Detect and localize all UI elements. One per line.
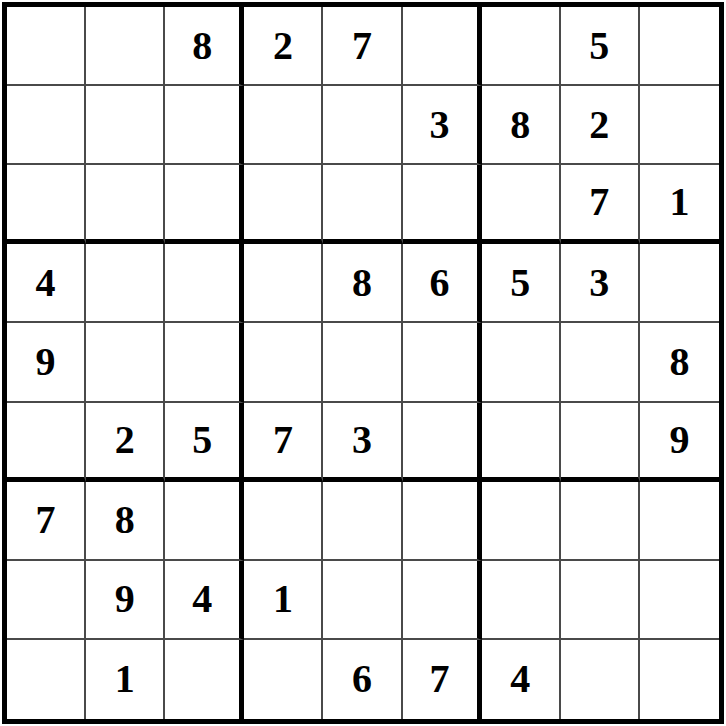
cell-r1c4: 2 bbox=[244, 7, 323, 86]
cell-r3c9: 1 bbox=[640, 165, 719, 244]
cell-r4c6: 6 bbox=[403, 244, 482, 323]
cell-r2c4[interactable] bbox=[244, 86, 323, 165]
cell-r4c5: 8 bbox=[323, 244, 402, 323]
cell-r6c5: 3 bbox=[323, 403, 402, 482]
cell-r1c3: 8 bbox=[165, 7, 244, 86]
cell-r3c4[interactable] bbox=[244, 165, 323, 244]
cell-r8c3: 4 bbox=[165, 561, 244, 640]
cell-r8c8[interactable] bbox=[561, 561, 640, 640]
cell-r2c9[interactable] bbox=[640, 86, 719, 165]
cell-r2c8: 2 bbox=[561, 86, 640, 165]
cell-r1c2[interactable] bbox=[86, 7, 165, 86]
cell-r6c6[interactable] bbox=[403, 403, 482, 482]
cell-r7c9[interactable] bbox=[640, 482, 719, 561]
cell-r9c5: 6 bbox=[323, 640, 402, 719]
cell-r3c2[interactable] bbox=[86, 165, 165, 244]
sudoku-page: 827538271486539825739789411674 bbox=[0, 0, 726, 726]
cell-r3c6[interactable] bbox=[403, 165, 482, 244]
cell-r3c5[interactable] bbox=[323, 165, 402, 244]
cell-r3c8: 7 bbox=[561, 165, 640, 244]
cell-r2c2[interactable] bbox=[86, 86, 165, 165]
cell-r2c3[interactable] bbox=[165, 86, 244, 165]
cell-r6c1[interactable] bbox=[7, 403, 86, 482]
cell-r8c9[interactable] bbox=[640, 561, 719, 640]
cell-r1c5: 7 bbox=[323, 7, 402, 86]
cell-r8c1[interactable] bbox=[7, 561, 86, 640]
cell-r2c7: 8 bbox=[482, 86, 561, 165]
cell-r5c7[interactable] bbox=[482, 323, 561, 402]
cell-r7c1: 7 bbox=[7, 482, 86, 561]
cell-r1c9[interactable] bbox=[640, 7, 719, 86]
cell-r5c6[interactable] bbox=[403, 323, 482, 402]
cell-r1c8: 5 bbox=[561, 7, 640, 86]
cell-r6c7[interactable] bbox=[482, 403, 561, 482]
cell-r4c8: 3 bbox=[561, 244, 640, 323]
cell-r4c4[interactable] bbox=[244, 244, 323, 323]
cell-r1c6[interactable] bbox=[403, 7, 482, 86]
cell-r7c6[interactable] bbox=[403, 482, 482, 561]
cell-r9c3[interactable] bbox=[165, 640, 244, 719]
cell-r5c3[interactable] bbox=[165, 323, 244, 402]
cell-r9c9[interactable] bbox=[640, 640, 719, 719]
cell-r5c2[interactable] bbox=[86, 323, 165, 402]
cell-r7c2: 8 bbox=[86, 482, 165, 561]
cell-r1c7[interactable] bbox=[482, 7, 561, 86]
cell-r5c8[interactable] bbox=[561, 323, 640, 402]
cell-r2c5[interactable] bbox=[323, 86, 402, 165]
cell-r4c9[interactable] bbox=[640, 244, 719, 323]
cell-r7c4[interactable] bbox=[244, 482, 323, 561]
cell-r8c7[interactable] bbox=[482, 561, 561, 640]
cell-r6c8[interactable] bbox=[561, 403, 640, 482]
cell-r5c5[interactable] bbox=[323, 323, 402, 402]
cell-r8c4: 1 bbox=[244, 561, 323, 640]
cell-r4c7: 5 bbox=[482, 244, 561, 323]
cell-r3c3[interactable] bbox=[165, 165, 244, 244]
cell-r9c8[interactable] bbox=[561, 640, 640, 719]
cell-r6c3: 5 bbox=[165, 403, 244, 482]
cell-r8c2: 9 bbox=[86, 561, 165, 640]
cell-r7c8[interactable] bbox=[561, 482, 640, 561]
cell-r5c1: 9 bbox=[7, 323, 86, 402]
sudoku-board: 827538271486539825739789411674 bbox=[2, 2, 724, 724]
cell-r6c4: 7 bbox=[244, 403, 323, 482]
cell-r5c4[interactable] bbox=[244, 323, 323, 402]
cell-r8c5[interactable] bbox=[323, 561, 402, 640]
cell-r5c9: 8 bbox=[640, 323, 719, 402]
cell-r8c6[interactable] bbox=[403, 561, 482, 640]
cell-r9c7: 4 bbox=[482, 640, 561, 719]
cell-r2c6: 3 bbox=[403, 86, 482, 165]
cell-r6c9: 9 bbox=[640, 403, 719, 482]
cell-r6c2: 2 bbox=[86, 403, 165, 482]
cell-r2c1[interactable] bbox=[7, 86, 86, 165]
cell-r9c2: 1 bbox=[86, 640, 165, 719]
cell-r7c3[interactable] bbox=[165, 482, 244, 561]
cell-r7c5[interactable] bbox=[323, 482, 402, 561]
cell-r4c3[interactable] bbox=[165, 244, 244, 323]
cell-r7c7[interactable] bbox=[482, 482, 561, 561]
cell-r4c2[interactable] bbox=[86, 244, 165, 323]
cell-r4c1: 4 bbox=[7, 244, 86, 323]
cell-r1c1[interactable] bbox=[7, 7, 86, 86]
cell-r3c1[interactable] bbox=[7, 165, 86, 244]
cell-r9c6: 7 bbox=[403, 640, 482, 719]
cell-r9c4[interactable] bbox=[244, 640, 323, 719]
cell-r3c7[interactable] bbox=[482, 165, 561, 244]
cell-r9c1[interactable] bbox=[7, 640, 86, 719]
